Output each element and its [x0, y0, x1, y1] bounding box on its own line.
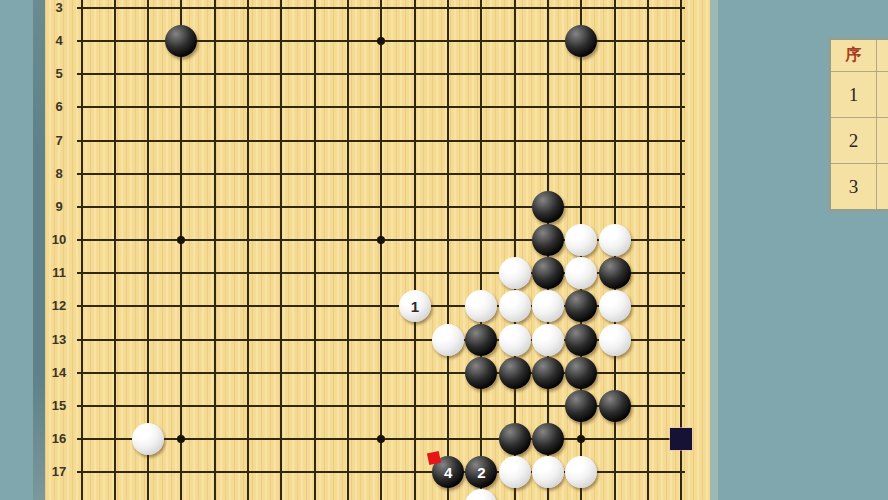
stone-black[interactable]: [565, 25, 597, 57]
move-list-header-cell: 序: [831, 40, 876, 71]
stone-white[interactable]: [499, 290, 531, 322]
stone-white[interactable]: 1: [399, 290, 431, 322]
row-coordinate-label: 17: [47, 463, 71, 481]
move-list-row-value[interactable]: [877, 164, 888, 209]
stone-black[interactable]: [532, 191, 564, 223]
move-list-header-cell-2: [877, 40, 888, 71]
stone-black[interactable]: [465, 324, 497, 356]
row-coordinate-label: 8: [47, 165, 71, 183]
move-list-table: 序 1 2 3: [828, 37, 888, 212]
stone-black[interactable]: [499, 423, 531, 455]
move-number-label: 1: [411, 299, 419, 314]
stone-black[interactable]: [532, 357, 564, 389]
stone-black[interactable]: [599, 257, 631, 289]
stone-white[interactable]: [565, 456, 597, 488]
stone-black[interactable]: [599, 390, 631, 422]
stone-white[interactable]: [499, 257, 531, 289]
go-board[interactable]: 34567891011121314151617421: [45, 0, 710, 500]
star-point: [377, 236, 385, 244]
stone-black[interactable]: 2: [465, 456, 497, 488]
grid-line-horizontal: [77, 173, 685, 175]
board-right-edge: [710, 0, 718, 500]
row-coordinate-label: 3: [47, 0, 71, 17]
grid-line-horizontal: [77, 140, 685, 142]
stone-white[interactable]: [532, 324, 564, 356]
stone-black[interactable]: [532, 257, 564, 289]
star-point: [177, 236, 185, 244]
stone-white[interactable]: [565, 224, 597, 256]
row-coordinate-label: 14: [47, 364, 71, 382]
board-left-edge: [33, 0, 45, 500]
move-list-row[interactable]: 2: [831, 118, 876, 163]
grid-line-horizontal: [77, 206, 685, 208]
row-coordinate-label: 4: [47, 32, 71, 50]
stone-black[interactable]: [565, 324, 597, 356]
move-list-row[interactable]: 1: [831, 72, 876, 117]
stone-white[interactable]: [599, 290, 631, 322]
stone-black[interactable]: [565, 390, 597, 422]
move-list-row-value[interactable]: [877, 72, 888, 117]
row-coordinate-label: 7: [47, 132, 71, 150]
star-point: [377, 435, 385, 443]
stone-white[interactable]: [132, 423, 164, 455]
stone-black[interactable]: [165, 25, 197, 57]
row-coordinate-label: 6: [47, 98, 71, 116]
row-coordinate-label: 12: [47, 297, 71, 315]
stone-white[interactable]: [465, 290, 497, 322]
star-point: [177, 435, 185, 443]
stone-black[interactable]: [565, 357, 597, 389]
stone-white[interactable]: [565, 257, 597, 289]
row-coordinate-label: 13: [47, 331, 71, 349]
row-coordinate-label: 5: [47, 65, 71, 83]
stone-white[interactable]: [432, 324, 464, 356]
stone-white[interactable]: [499, 324, 531, 356]
grid-line-horizontal: [77, 7, 685, 9]
row-coordinate-label: 11: [47, 264, 71, 282]
move-number-label: 2: [477, 465, 485, 480]
stone-black[interactable]: [499, 357, 531, 389]
move-list-row-value[interactable]: [877, 118, 888, 163]
row-coordinate-label: 15: [47, 397, 71, 415]
row-coordinate-label: 9: [47, 198, 71, 216]
row-coordinate-label: 16: [47, 430, 71, 448]
move-number-label: 4: [444, 465, 452, 480]
stone-white[interactable]: [465, 489, 497, 500]
star-point: [577, 435, 585, 443]
row-coordinate-label: 10: [47, 231, 71, 249]
stone-black[interactable]: [565, 290, 597, 322]
stone-black[interactable]: [532, 423, 564, 455]
stone-white[interactable]: [532, 290, 564, 322]
navy-square-marker: [670, 428, 692, 450]
grid-line-horizontal: [77, 73, 685, 75]
stone-white[interactable]: [599, 324, 631, 356]
stone-black[interactable]: [465, 357, 497, 389]
stone-black[interactable]: [532, 224, 564, 256]
star-point: [377, 37, 385, 45]
move-list-row[interactable]: 3: [831, 164, 876, 209]
stone-white[interactable]: [499, 456, 531, 488]
stone-white[interactable]: [599, 224, 631, 256]
stone-white[interactable]: [532, 456, 564, 488]
grid-line-horizontal: [77, 106, 685, 108]
